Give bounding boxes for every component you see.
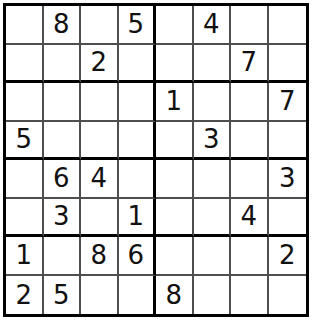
cell-r4c8-empty[interactable] bbox=[269, 122, 307, 161]
cell-r1c3-empty[interactable] bbox=[81, 6, 119, 45]
cell-r1c1-empty[interactable] bbox=[6, 6, 44, 45]
cell-r7c1-given[interactable]: 1 bbox=[6, 237, 44, 276]
cell-r6c7-given[interactable]: 4 bbox=[231, 199, 269, 238]
cell-r4c6-given[interactable]: 3 bbox=[194, 122, 232, 161]
cell-r8c8-empty[interactable] bbox=[269, 276, 307, 315]
sudoku-page: 8542717536433141862258 bbox=[0, 0, 312, 320]
cell-r8c4-empty[interactable] bbox=[119, 276, 157, 315]
cell-r5c3-given[interactable]: 4 bbox=[81, 160, 119, 199]
cell-r2c2-empty[interactable] bbox=[44, 45, 82, 84]
cell-r5c1-empty[interactable] bbox=[6, 160, 44, 199]
cell-r7c3-given[interactable]: 8 bbox=[81, 237, 119, 276]
cell-r7c5-empty[interactable] bbox=[156, 237, 194, 276]
cell-r3c7-empty[interactable] bbox=[231, 83, 269, 122]
cell-r2c4-empty[interactable] bbox=[119, 45, 157, 84]
cell-r3c6-empty[interactable] bbox=[194, 83, 232, 122]
cell-r8c1-given[interactable]: 2 bbox=[6, 276, 44, 315]
cell-r4c7-empty[interactable] bbox=[231, 122, 269, 161]
cell-r3c2-empty[interactable] bbox=[44, 83, 82, 122]
cell-r5c2-given[interactable]: 6 bbox=[44, 160, 82, 199]
cell-r2c6-empty[interactable] bbox=[194, 45, 232, 84]
cell-r1c2-given[interactable]: 8 bbox=[44, 6, 82, 45]
cell-r4c3-empty[interactable] bbox=[81, 122, 119, 161]
cell-r6c6-empty[interactable] bbox=[194, 199, 232, 238]
cell-r7c2-empty[interactable] bbox=[44, 237, 82, 276]
cell-r7c6-empty[interactable] bbox=[194, 237, 232, 276]
cell-r2c8-empty[interactable] bbox=[269, 45, 307, 84]
cell-r8c6-empty[interactable] bbox=[194, 276, 232, 315]
cell-r2c1-empty[interactable] bbox=[6, 45, 44, 84]
cell-r2c7-given[interactable]: 7 bbox=[231, 45, 269, 84]
cell-r1c8-empty[interactable] bbox=[269, 6, 307, 45]
cell-r2c3-given[interactable]: 2 bbox=[81, 45, 119, 84]
cell-r8c5-given[interactable]: 8 bbox=[156, 276, 194, 315]
cell-r7c7-empty[interactable] bbox=[231, 237, 269, 276]
cell-r1c7-empty[interactable] bbox=[231, 6, 269, 45]
cell-r5c7-empty[interactable] bbox=[231, 160, 269, 199]
cell-r5c8-given[interactable]: 3 bbox=[269, 160, 307, 199]
cell-r3c4-empty[interactable] bbox=[119, 83, 157, 122]
cell-r1c6-given[interactable]: 4 bbox=[194, 6, 232, 45]
cell-r1c4-given[interactable]: 5 bbox=[119, 6, 157, 45]
cell-r6c4-given[interactable]: 1 bbox=[119, 199, 157, 238]
cell-r2c5-empty[interactable] bbox=[156, 45, 194, 84]
cell-r3c3-empty[interactable] bbox=[81, 83, 119, 122]
cell-r5c6-empty[interactable] bbox=[194, 160, 232, 199]
cell-r6c8-empty[interactable] bbox=[269, 199, 307, 238]
cell-r3c8-given[interactable]: 7 bbox=[269, 83, 307, 122]
cell-r5c4-empty[interactable] bbox=[119, 160, 157, 199]
cell-r8c7-empty[interactable] bbox=[231, 276, 269, 315]
cell-r6c3-empty[interactable] bbox=[81, 199, 119, 238]
cell-r6c5-empty[interactable] bbox=[156, 199, 194, 238]
cell-r1c5-empty[interactable] bbox=[156, 6, 194, 45]
cell-r4c2-empty[interactable] bbox=[44, 122, 82, 161]
cell-r3c5-given[interactable]: 1 bbox=[156, 83, 194, 122]
cell-r4c4-empty[interactable] bbox=[119, 122, 157, 161]
cell-r4c1-given[interactable]: 5 bbox=[6, 122, 44, 161]
cell-r8c2-given[interactable]: 5 bbox=[44, 276, 82, 315]
cell-r5c5-empty[interactable] bbox=[156, 160, 194, 199]
cell-r4c5-empty[interactable] bbox=[156, 122, 194, 161]
cell-r6c1-empty[interactable] bbox=[6, 199, 44, 238]
sudoku-board: 8542717536433141862258 bbox=[3, 3, 309, 317]
cell-r3c1-empty[interactable] bbox=[6, 83, 44, 122]
cell-r6c2-given[interactable]: 3 bbox=[44, 199, 82, 238]
cell-r8c3-empty[interactable] bbox=[81, 276, 119, 315]
cell-r7c8-given[interactable]: 2 bbox=[269, 237, 307, 276]
cell-r7c4-given[interactable]: 6 bbox=[119, 237, 157, 276]
